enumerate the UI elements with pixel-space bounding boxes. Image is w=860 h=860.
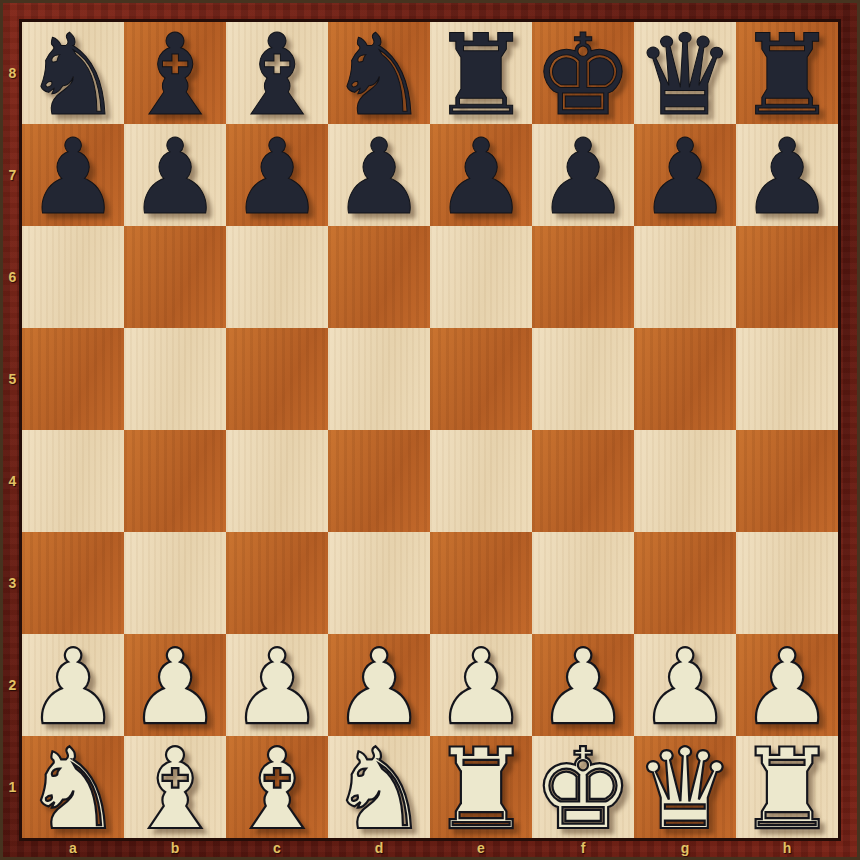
square-d3[interactable] — [328, 532, 430, 634]
file-label-d: d — [328, 838, 430, 857]
piece-black-queen[interactable]: ♛ — [635, 22, 735, 124]
rank-label-6: 6 — [3, 226, 22, 328]
rank-label-5: 5 — [3, 328, 22, 430]
file-label-e: e — [430, 838, 532, 857]
rank-label-1: 1 — [3, 736, 22, 838]
file-labels: abcdefgh — [22, 838, 838, 857]
square-e3[interactable] — [430, 532, 532, 634]
piece-white-rook[interactable]: ♜ — [431, 736, 531, 838]
file-label-a: a — [22, 838, 124, 857]
square-f7[interactable]: ♟ — [532, 124, 634, 226]
piece-white-pawn[interactable]: ♟ — [128, 635, 221, 736]
square-c8[interactable]: ♝ — [226, 22, 328, 124]
square-h8[interactable]: ♜ — [736, 22, 838, 124]
square-f5[interactable] — [532, 328, 634, 430]
square-f8[interactable]: ♚ — [532, 22, 634, 124]
square-f1[interactable]: ♚ — [532, 736, 634, 838]
piece-black-pawn[interactable]: ♟ — [536, 125, 629, 226]
square-e2[interactable]: ♟ — [430, 634, 532, 736]
square-h1[interactable]: ♜ — [736, 736, 838, 838]
chess-board: ♞♝♝♞♜♚♛♜♟♟♟♟♟♟♟♟♟♟♟♟♟♟♟♟♞♝♝♞♜♚♛♜ — [22, 22, 838, 838]
square-c5[interactable] — [226, 328, 328, 430]
piece-black-pawn[interactable]: ♟ — [128, 125, 221, 226]
piece-white-knight[interactable]: ♞ — [329, 736, 429, 838]
piece-black-pawn[interactable]: ♟ — [434, 125, 527, 226]
piece-white-pawn[interactable]: ♟ — [332, 635, 425, 736]
square-g2[interactable]: ♟ — [634, 634, 736, 736]
piece-white-knight[interactable]: ♞ — [23, 736, 123, 838]
piece-black-bishop[interactable]: ♝ — [227, 22, 327, 124]
rank-labels: 87654321 — [3, 22, 22, 838]
square-f3[interactable] — [532, 532, 634, 634]
piece-white-pawn[interactable]: ♟ — [434, 635, 527, 736]
square-d5[interactable] — [328, 328, 430, 430]
square-b3[interactable] — [124, 532, 226, 634]
square-e1[interactable]: ♜ — [430, 736, 532, 838]
chess-board-frame: ♞♝♝♞♜♚♛♜♟♟♟♟♟♟♟♟♟♟♟♟♟♟♟♟♞♝♝♞♜♚♛♜ 8765432… — [0, 0, 860, 860]
piece-white-pawn[interactable]: ♟ — [740, 635, 833, 736]
square-e7[interactable]: ♟ — [430, 124, 532, 226]
square-h2[interactable]: ♟ — [736, 634, 838, 736]
square-a6[interactable] — [22, 226, 124, 328]
square-a4[interactable] — [22, 430, 124, 532]
rank-label-7: 7 — [3, 124, 22, 226]
piece-black-bishop[interactable]: ♝ — [125, 22, 225, 124]
piece-black-knight[interactable]: ♞ — [23, 22, 123, 124]
rank-label-4: 4 — [3, 430, 22, 532]
square-h5[interactable] — [736, 328, 838, 430]
square-g8[interactable]: ♛ — [634, 22, 736, 124]
square-c6[interactable] — [226, 226, 328, 328]
piece-black-pawn[interactable]: ♟ — [332, 125, 425, 226]
file-label-g: g — [634, 838, 736, 857]
square-c7[interactable]: ♟ — [226, 124, 328, 226]
square-f6[interactable] — [532, 226, 634, 328]
square-a8[interactable]: ♞ — [22, 22, 124, 124]
rank-label-3: 3 — [3, 532, 22, 634]
square-h3[interactable] — [736, 532, 838, 634]
square-c1[interactable]: ♝ — [226, 736, 328, 838]
square-a5[interactable] — [22, 328, 124, 430]
square-d6[interactable] — [328, 226, 430, 328]
square-g6[interactable] — [634, 226, 736, 328]
square-h4[interactable] — [736, 430, 838, 532]
square-b6[interactable] — [124, 226, 226, 328]
piece-black-pawn[interactable]: ♟ — [638, 125, 731, 226]
square-d7[interactable]: ♟ — [328, 124, 430, 226]
square-g3[interactable] — [634, 532, 736, 634]
piece-white-pawn[interactable]: ♟ — [638, 635, 731, 736]
piece-white-pawn[interactable]: ♟ — [26, 635, 119, 736]
piece-black-pawn[interactable]: ♟ — [740, 125, 833, 226]
square-d4[interactable] — [328, 430, 430, 532]
piece-white-pawn[interactable]: ♟ — [536, 635, 629, 736]
square-b5[interactable] — [124, 328, 226, 430]
piece-black-rook[interactable]: ♜ — [737, 22, 837, 124]
square-b4[interactable] — [124, 430, 226, 532]
square-c4[interactable] — [226, 430, 328, 532]
square-f4[interactable] — [532, 430, 634, 532]
square-b1[interactable]: ♝ — [124, 736, 226, 838]
square-d1[interactable]: ♞ — [328, 736, 430, 838]
file-label-b: b — [124, 838, 226, 857]
piece-white-pawn[interactable]: ♟ — [230, 635, 323, 736]
piece-white-rook[interactable]: ♜ — [737, 736, 837, 838]
square-e6[interactable] — [430, 226, 532, 328]
square-a7[interactable]: ♟ — [22, 124, 124, 226]
square-e8[interactable]: ♜ — [430, 22, 532, 124]
square-g7[interactable]: ♟ — [634, 124, 736, 226]
rank-label-2: 2 — [3, 634, 22, 736]
piece-white-king[interactable]: ♚ — [533, 736, 633, 838]
square-a2[interactable]: ♟ — [22, 634, 124, 736]
file-label-h: h — [736, 838, 838, 857]
piece-white-queen[interactable]: ♛ — [635, 736, 735, 838]
piece-black-pawn[interactable]: ♟ — [230, 125, 323, 226]
piece-black-king[interactable]: ♚ — [533, 22, 633, 124]
square-h7[interactable]: ♟ — [736, 124, 838, 226]
square-b7[interactable]: ♟ — [124, 124, 226, 226]
square-c3[interactable] — [226, 532, 328, 634]
file-label-c: c — [226, 838, 328, 857]
file-label-f: f — [532, 838, 634, 857]
square-f2[interactable]: ♟ — [532, 634, 634, 736]
piece-black-pawn[interactable]: ♟ — [26, 125, 119, 226]
square-g4[interactable] — [634, 430, 736, 532]
piece-black-knight[interactable]: ♞ — [329, 22, 429, 124]
square-g5[interactable] — [634, 328, 736, 430]
piece-white-bishop[interactable]: ♝ — [125, 736, 225, 838]
square-e5[interactable] — [430, 328, 532, 430]
square-b2[interactable]: ♟ — [124, 634, 226, 736]
square-e4[interactable] — [430, 430, 532, 532]
square-g1[interactable]: ♛ — [634, 736, 736, 838]
square-d2[interactable]: ♟ — [328, 634, 430, 736]
square-b8[interactable]: ♝ — [124, 22, 226, 124]
square-c2[interactable]: ♟ — [226, 634, 328, 736]
square-a3[interactable] — [22, 532, 124, 634]
piece-white-bishop[interactable]: ♝ — [227, 736, 327, 838]
square-d8[interactable]: ♞ — [328, 22, 430, 124]
rank-label-8: 8 — [3, 22, 22, 124]
square-a1[interactable]: ♞ — [22, 736, 124, 838]
square-h6[interactable] — [736, 226, 838, 328]
piece-black-rook[interactable]: ♜ — [431, 22, 531, 124]
